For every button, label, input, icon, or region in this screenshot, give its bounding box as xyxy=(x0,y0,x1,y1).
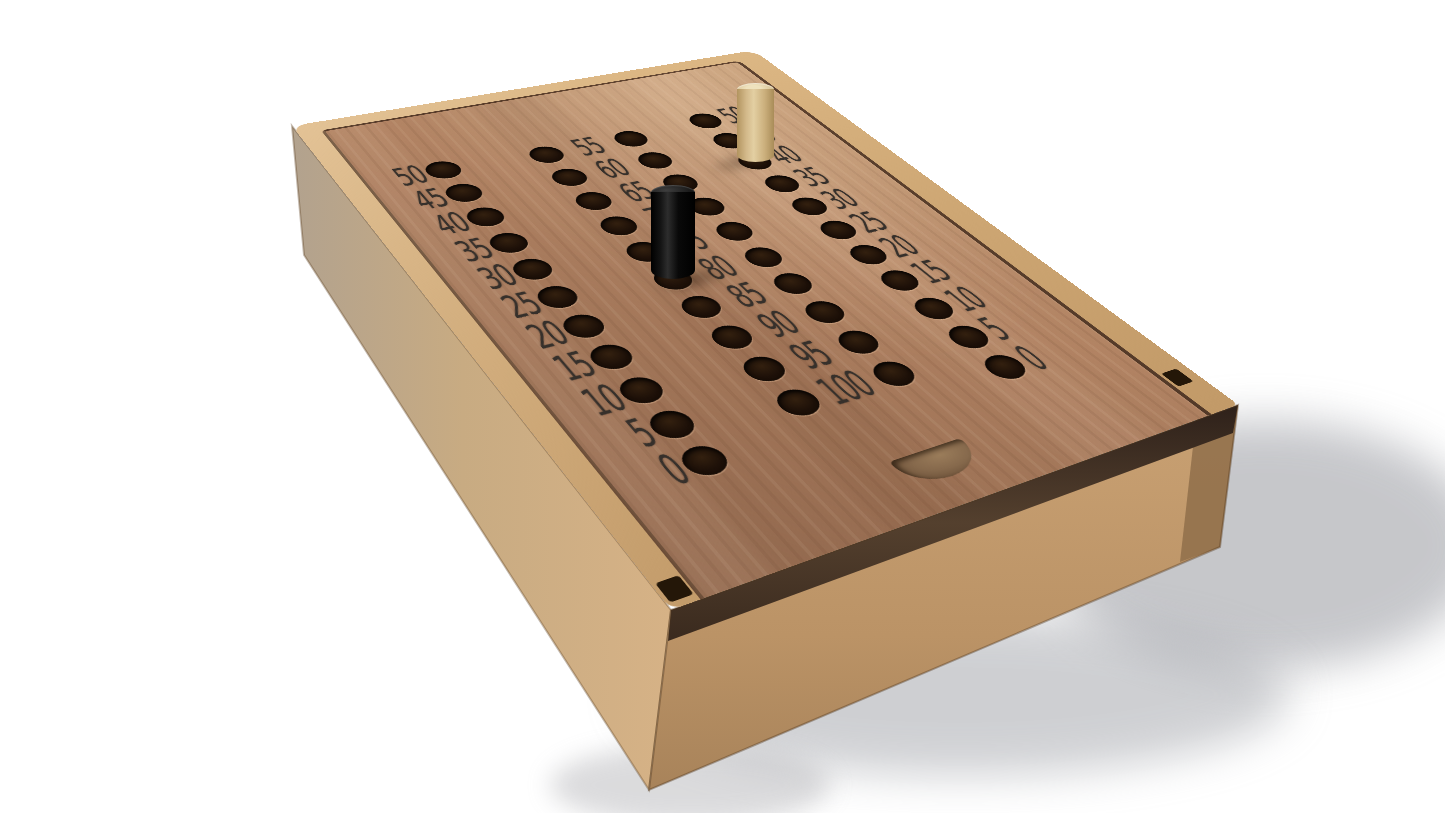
black-peg[interactable] xyxy=(651,185,695,279)
natural-wood-peg[interactable] xyxy=(737,83,774,162)
score-board-photo: 5050454540403535303025252020151510105500… xyxy=(0,0,1445,813)
